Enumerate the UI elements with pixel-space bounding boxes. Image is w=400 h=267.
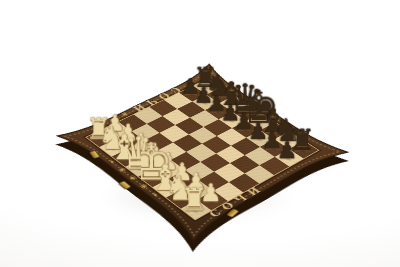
piece-white-rook-h1[interactable]: ♜ bbox=[183, 184, 205, 215]
piece-black-pawn-h7[interactable]: ♟ bbox=[277, 139, 298, 162]
photo-stage: СОЧИ СОЧИ ❧ ❀ ❦ ❀ ❧ ❀ ❦ ❀ ♜♞♝♛♚♝♞♜♟♟♟♟♟♟… bbox=[0, 0, 400, 267]
chess-set: СОЧИ СОЧИ ❧ ❀ ❦ ❀ ❧ ❀ ❦ ❀ ♜♞♝♛♚♝♞♜♟♟♟♟♟♟… bbox=[56, 63, 350, 242]
